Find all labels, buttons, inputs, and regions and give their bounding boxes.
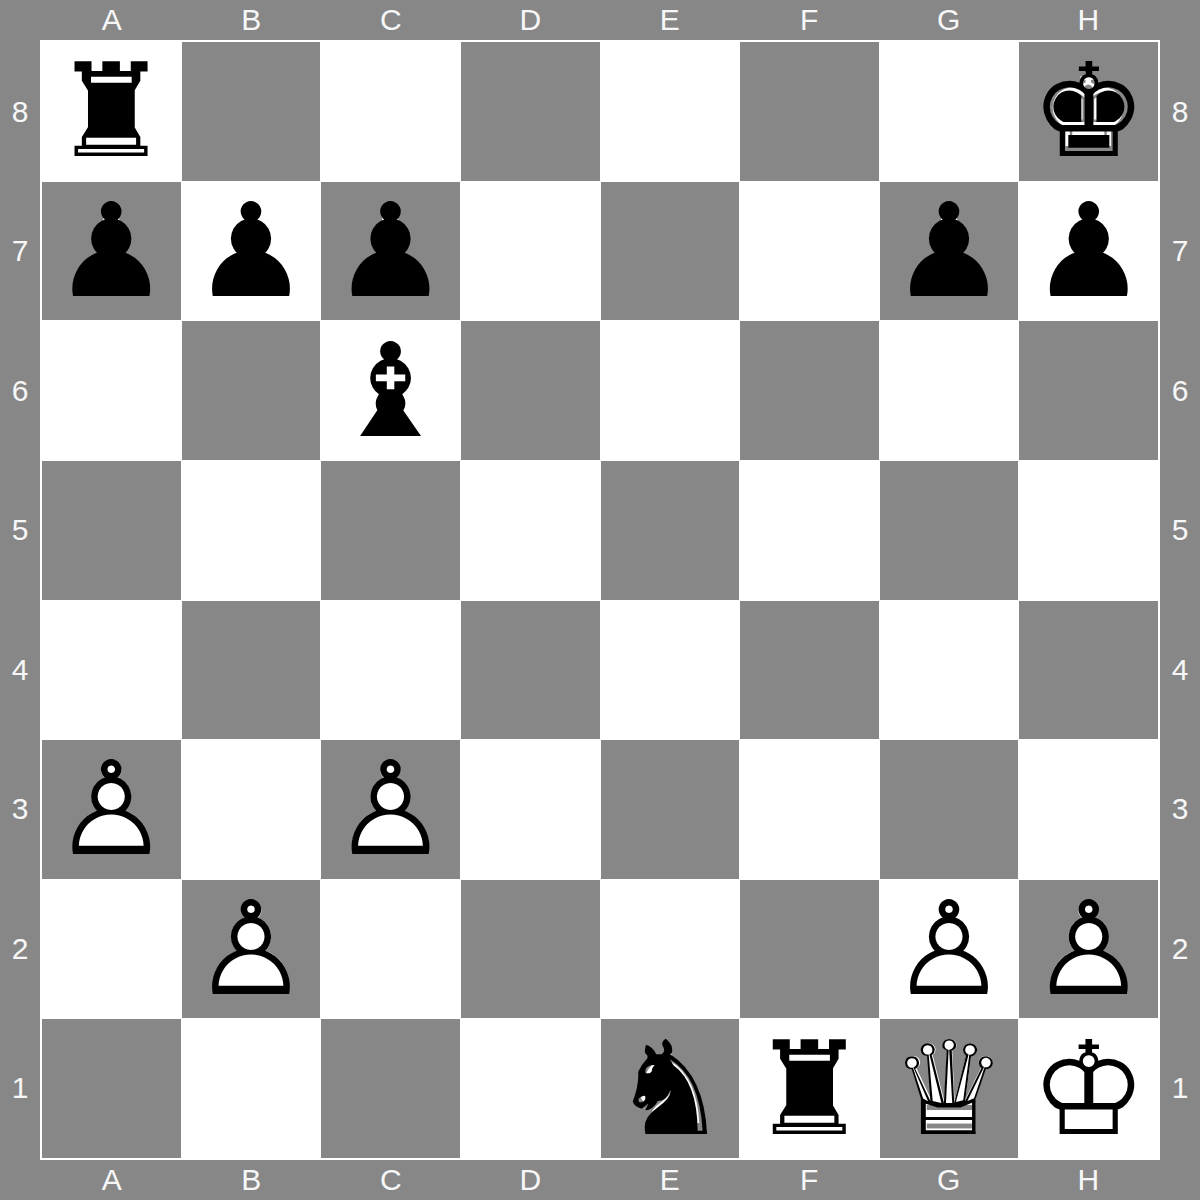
square-f8[interactable] (740, 42, 879, 181)
square-d7[interactable] (461, 182, 600, 321)
black-king-fill-icon: ♚ (1035, 57, 1143, 165)
black-king-icon: ♚ (1019, 42, 1158, 181)
chess-board: ♜♜♚♚♟♟♟♟♟♟♟♟♟♟♝♝♟♙♟♙♟♙♟♙♟♙♞♞♜♜♛♕♚♔ (42, 42, 1158, 1158)
black-knight-fill-icon: ♞ (616, 1035, 724, 1143)
square-e1[interactable]: ♞♞ (601, 1019, 740, 1158)
square-b5[interactable] (182, 461, 321, 600)
square-c5[interactable] (321, 461, 460, 600)
square-a7[interactable]: ♟♟ (42, 182, 181, 321)
square-d6[interactable] (461, 321, 600, 460)
file-label-c: C (321, 0, 461, 40)
square-h8[interactable]: ♚♚ (1019, 42, 1158, 181)
square-h3[interactable] (1019, 740, 1158, 879)
rank-label-4: 4 (0, 600, 40, 740)
white-pawn-fill-icon: ♟ (881, 881, 1017, 1017)
white-pawn-fill-icon: ♟ (43, 742, 179, 878)
square-e8[interactable] (601, 42, 740, 181)
file-label-h: H (1019, 1160, 1159, 1200)
square-d3[interactable] (461, 740, 600, 879)
file-label-f: F (740, 0, 880, 40)
black-pawn-icon: ♟ (880, 182, 1019, 321)
white-queen-fill-icon: ♛ (881, 1021, 1017, 1157)
file-label-g: G (879, 1160, 1019, 1200)
black-pawn-fill-icon: ♟ (57, 197, 165, 305)
black-pawn-icon: ♟ (42, 182, 181, 321)
file-label-d: D (461, 1160, 601, 1200)
piece-black-pawn: ♟♟ (42, 182, 181, 321)
square-a8[interactable]: ♜♜ (42, 42, 181, 181)
square-f6[interactable] (740, 321, 879, 460)
square-e4[interactable] (601, 601, 740, 740)
file-label-b: B (182, 1160, 322, 1200)
square-g8[interactable] (880, 42, 1019, 181)
square-c6[interactable]: ♝♝ (321, 321, 460, 460)
piece-black-pawn: ♟♟ (880, 182, 1019, 321)
piece-black-knight: ♞♞ (601, 1019, 740, 1158)
square-b7[interactable]: ♟♟ (182, 182, 321, 321)
square-b8[interactable] (182, 42, 321, 181)
piece-black-rook: ♜♜ (42, 42, 181, 181)
white-pawn-icon: ♙ (42, 740, 181, 879)
black-bishop-icon: ♝ (321, 321, 460, 460)
file-label-a: A (42, 0, 182, 40)
file-label-e: E (600, 1160, 740, 1200)
square-g5[interactable] (880, 461, 1019, 600)
piece-black-pawn: ♟♟ (1019, 182, 1158, 321)
square-g6[interactable] (880, 321, 1019, 460)
rank-label-1: 1 (1160, 1019, 1200, 1159)
rank-label-8: 8 (1160, 42, 1200, 182)
rank-label-2: 2 (1160, 879, 1200, 1019)
square-d2[interactable] (461, 880, 600, 1019)
square-h7[interactable]: ♟♟ (1019, 182, 1158, 321)
piece-white-pawn: ♟♙ (880, 880, 1019, 1019)
piece-black-bishop: ♝♝ (321, 321, 460, 460)
piece-white-pawn: ♟♙ (182, 880, 321, 1019)
rank-label-3: 3 (0, 740, 40, 880)
square-f7[interactable] (740, 182, 879, 321)
square-f3[interactable] (740, 740, 879, 879)
piece-white-pawn: ♟♙ (321, 740, 460, 879)
file-label-b: B (182, 0, 322, 40)
square-h1[interactable]: ♚♔ (1019, 1019, 1158, 1158)
white-pawn-icon: ♙ (880, 880, 1019, 1019)
square-c8[interactable] (321, 42, 460, 181)
square-c3[interactable]: ♟♙ (321, 740, 460, 879)
square-d4[interactable] (461, 601, 600, 740)
square-f5[interactable] (740, 461, 879, 600)
black-pawn-fill-icon: ♟ (336, 197, 444, 305)
square-c4[interactable] (321, 601, 460, 740)
square-h5[interactable] (1019, 461, 1158, 600)
file-labels-bottom: ABCDEFGH (42, 1160, 1158, 1200)
black-pawn-fill-icon: ♟ (197, 197, 305, 305)
square-g4[interactable] (880, 601, 1019, 740)
square-e5[interactable] (601, 461, 740, 600)
black-pawn-icon: ♟ (1019, 182, 1158, 321)
black-rook-fill-icon: ♜ (755, 1035, 863, 1143)
piece-white-pawn: ♟♙ (1019, 880, 1158, 1019)
file-label-e: E (600, 0, 740, 40)
black-pawn-icon: ♟ (321, 182, 460, 321)
piece-black-pawn: ♟♟ (321, 182, 460, 321)
rank-label-1: 1 (0, 1019, 40, 1159)
square-h2[interactable]: ♟♙ (1019, 880, 1158, 1019)
piece-white-king: ♚♔ (1019, 1019, 1158, 1158)
square-g7[interactable]: ♟♟ (880, 182, 1019, 321)
rank-label-3: 3 (1160, 740, 1200, 880)
white-king-fill-icon: ♚ (1021, 1021, 1157, 1157)
file-label-a: A (42, 1160, 182, 1200)
rank-label-6: 6 (0, 321, 40, 461)
white-pawn-icon: ♙ (182, 880, 321, 1019)
square-d1[interactable] (461, 1019, 600, 1158)
rank-label-8: 8 (0, 42, 40, 182)
file-label-c: C (321, 1160, 461, 1200)
file-label-h: H (1019, 0, 1159, 40)
square-f2[interactable] (740, 880, 879, 1019)
square-a5[interactable] (42, 461, 181, 600)
square-a2[interactable] (42, 880, 181, 1019)
white-pawn-fill-icon: ♟ (1021, 881, 1157, 1017)
square-b1[interactable] (182, 1019, 321, 1158)
rank-labels-right: 87654321 (1160, 42, 1200, 1158)
white-pawn-icon: ♙ (1019, 880, 1158, 1019)
white-pawn-fill-icon: ♟ (323, 742, 459, 878)
square-f1[interactable]: ♜♜ (740, 1019, 879, 1158)
square-h6[interactable] (1019, 321, 1158, 460)
square-c7[interactable]: ♟♟ (321, 182, 460, 321)
square-e2[interactable] (601, 880, 740, 1019)
rank-label-5: 5 (1160, 461, 1200, 601)
rank-label-5: 5 (0, 461, 40, 601)
white-queen-icon: ♕ (880, 1019, 1019, 1158)
square-a1[interactable] (42, 1019, 181, 1158)
black-pawn-icon: ♟ (182, 182, 321, 321)
black-rook-icon: ♜ (42, 42, 181, 181)
square-f4[interactable] (740, 601, 879, 740)
square-g3[interactable] (880, 740, 1019, 879)
rank-label-7: 7 (1160, 182, 1200, 322)
piece-black-rook: ♜♜ (740, 1019, 879, 1158)
black-pawn-fill-icon: ♟ (895, 197, 1003, 305)
file-label-d: D (461, 0, 601, 40)
square-b4[interactable] (182, 601, 321, 740)
square-d8[interactable] (461, 42, 600, 181)
square-b6[interactable] (182, 321, 321, 460)
board-frame-inner: ♜♜♚♚♟♟♟♟♟♟♟♟♟♟♝♝♟♙♟♙♟♙♟♙♟♙♞♞♜♜♛♕♚♔ (40, 40, 1160, 1160)
piece-white-pawn: ♟♙ (42, 740, 181, 879)
square-h4[interactable] (1019, 601, 1158, 740)
rank-labels-left: 87654321 (0, 42, 40, 1158)
chess-diagram: ABCDEFGH ABCDEFGH 87654321 87654321 ♜♜♚♚… (0, 0, 1200, 1200)
square-e7[interactable] (601, 182, 740, 321)
square-a3[interactable]: ♟♙ (42, 740, 181, 879)
black-rook-fill-icon: ♜ (57, 57, 165, 165)
square-c1[interactable] (321, 1019, 460, 1158)
white-pawn-icon: ♙ (321, 740, 460, 879)
black-knight-icon: ♞ (601, 1019, 740, 1158)
rank-label-6: 6 (1160, 321, 1200, 461)
square-b3[interactable] (182, 740, 321, 879)
square-e3[interactable] (601, 740, 740, 879)
white-king-icon: ♔ (1019, 1019, 1158, 1158)
piece-white-queen: ♛♕ (880, 1019, 1019, 1158)
square-c2[interactable] (321, 880, 460, 1019)
rank-label-2: 2 (0, 879, 40, 1019)
square-a6[interactable] (42, 321, 181, 460)
square-b2[interactable]: ♟♙ (182, 880, 321, 1019)
square-a4[interactable] (42, 601, 181, 740)
file-labels-top: ABCDEFGH (42, 0, 1158, 40)
square-g1[interactable]: ♛♕ (880, 1019, 1019, 1158)
rank-label-7: 7 (0, 182, 40, 322)
square-e6[interactable] (601, 321, 740, 460)
black-rook-icon: ♜ (740, 1019, 879, 1158)
file-label-g: G (879, 0, 1019, 40)
piece-black-king: ♚♚ (1019, 42, 1158, 181)
rank-label-4: 4 (1160, 600, 1200, 740)
file-label-f: F (740, 1160, 880, 1200)
black-bishop-fill-icon: ♝ (336, 336, 444, 444)
white-pawn-fill-icon: ♟ (183, 881, 319, 1017)
piece-black-pawn: ♟♟ (182, 182, 321, 321)
square-g2[interactable]: ♟♙ (880, 880, 1019, 1019)
square-d5[interactable] (461, 461, 600, 600)
black-pawn-fill-icon: ♟ (1035, 197, 1143, 305)
